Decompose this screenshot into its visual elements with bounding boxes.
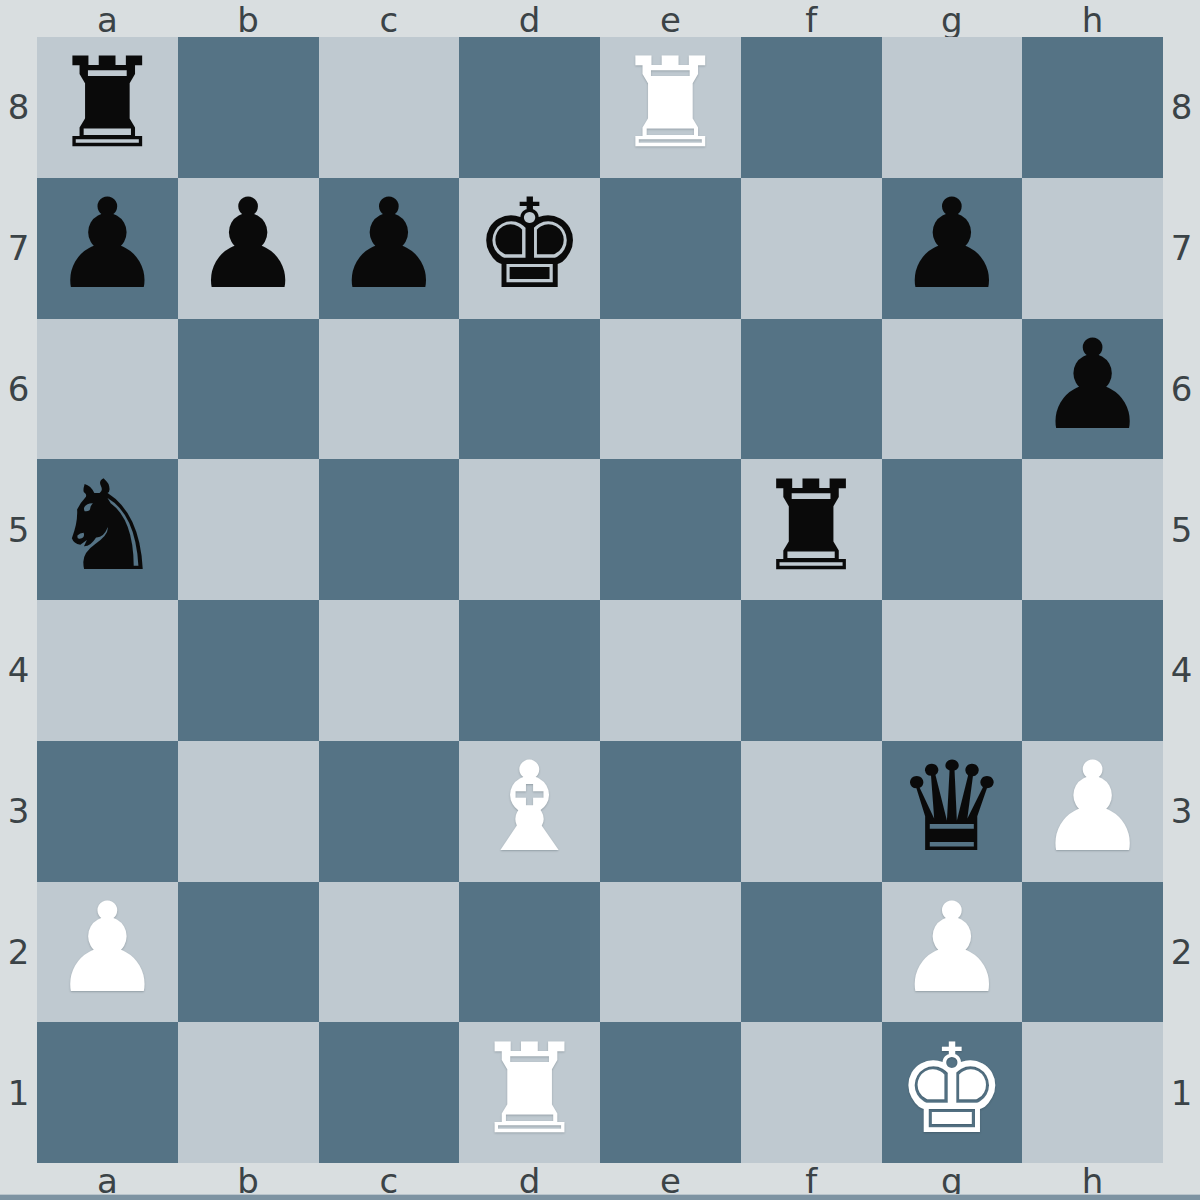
square-c2[interactable]	[319, 882, 460, 1023]
rank-label-2: 2	[1163, 882, 1200, 1023]
black-king: ♚	[474, 182, 585, 306]
rank-label-2: 2	[0, 882, 37, 1023]
rank-label-7: 7	[1163, 178, 1200, 319]
square-b5[interactable]	[178, 459, 319, 600]
square-b6[interactable]	[178, 319, 319, 460]
square-f8[interactable]	[741, 37, 882, 178]
square-e7[interactable]	[600, 178, 741, 319]
bottom-strip	[0, 1194, 1200, 1200]
square-b8[interactable]	[178, 37, 319, 178]
square-b3[interactable]	[178, 741, 319, 882]
square-e3[interactable]	[600, 741, 741, 882]
square-e5[interactable]	[600, 459, 741, 600]
square-f7[interactable]	[741, 178, 882, 319]
black-pawn: ♟	[333, 182, 444, 306]
black-queen: ♛	[896, 745, 1007, 869]
square-a8[interactable]: ♜	[37, 37, 178, 178]
square-a1[interactable]	[37, 1022, 178, 1163]
file-label-d: d	[459, 0, 600, 40]
square-d6[interactable]	[459, 319, 600, 460]
square-g2[interactable]: ♟	[882, 882, 1023, 1023]
white-rook: ♜	[615, 41, 726, 165]
square-h2[interactable]	[1022, 882, 1163, 1023]
white-bishop: ♝	[474, 745, 585, 869]
square-g6[interactable]	[882, 319, 1023, 460]
square-a5[interactable]: ♞	[37, 459, 178, 600]
rank-label-1: 1	[1163, 1022, 1200, 1163]
square-g7[interactable]: ♟	[882, 178, 1023, 319]
square-d1[interactable]: ♜	[459, 1022, 600, 1163]
square-a7[interactable]: ♟	[37, 178, 178, 319]
black-pawn: ♟	[52, 182, 163, 306]
square-a2[interactable]: ♟	[37, 882, 178, 1023]
white-pawn: ♟	[1037, 745, 1148, 869]
square-d3[interactable]: ♝	[459, 741, 600, 882]
square-a4[interactable]	[37, 600, 178, 741]
black-knight: ♞	[52, 464, 163, 588]
square-h8[interactable]	[1022, 37, 1163, 178]
rank-label-4: 4	[1163, 600, 1200, 741]
square-h7[interactable]	[1022, 178, 1163, 319]
square-d4[interactable]	[459, 600, 600, 741]
square-c6[interactable]	[319, 319, 460, 460]
square-c4[interactable]	[319, 600, 460, 741]
rank-label-4: 4	[0, 600, 37, 741]
rank-label-8: 8	[1163, 37, 1200, 178]
square-h6[interactable]: ♟	[1022, 319, 1163, 460]
square-h4[interactable]	[1022, 600, 1163, 741]
white-rook: ♜	[474, 1027, 585, 1151]
square-f6[interactable]	[741, 319, 882, 460]
square-g1[interactable]: ♚	[882, 1022, 1023, 1163]
rank-label-1: 1	[0, 1022, 37, 1163]
square-a6[interactable]	[37, 319, 178, 460]
square-c5[interactable]	[319, 459, 460, 600]
square-b7[interactable]: ♟	[178, 178, 319, 319]
square-c1[interactable]	[319, 1022, 460, 1163]
rank-label-5: 5	[1163, 459, 1200, 600]
square-e6[interactable]	[600, 319, 741, 460]
white-pawn: ♟	[52, 886, 163, 1010]
rank-labels-right: 87654321	[1163, 37, 1200, 1163]
square-b4[interactable]	[178, 600, 319, 741]
board-container: abcdefgh abcdefgh 87654321 87654321 ♜♜♟♟…	[0, 0, 1200, 1200]
file-label-c: c	[319, 0, 460, 40]
square-g4[interactable]	[882, 600, 1023, 741]
file-label-f: f	[741, 0, 882, 40]
rank-label-8: 8	[0, 37, 37, 178]
black-rook: ♜	[756, 464, 867, 588]
rank-label-3: 3	[1163, 741, 1200, 882]
square-g8[interactable]	[882, 37, 1023, 178]
square-f4[interactable]	[741, 600, 882, 741]
square-d5[interactable]	[459, 459, 600, 600]
file-labels-top: abcdefgh	[37, 0, 1163, 37]
file-label-b: b	[178, 0, 319, 40]
square-h1[interactable]	[1022, 1022, 1163, 1163]
square-h3[interactable]: ♟	[1022, 741, 1163, 882]
square-a3[interactable]	[37, 741, 178, 882]
rank-label-7: 7	[0, 178, 37, 319]
square-f3[interactable]	[741, 741, 882, 882]
file-label-h: h	[1022, 0, 1163, 40]
black-rook: ♜	[52, 41, 163, 165]
square-c3[interactable]	[319, 741, 460, 882]
black-pawn: ♟	[193, 182, 304, 306]
rank-label-5: 5	[0, 459, 37, 600]
rank-label-6: 6	[1163, 319, 1200, 460]
square-c7[interactable]: ♟	[319, 178, 460, 319]
chessboard: ♜♜♟♟♟♚♟♟♞♜♝♛♟♟♟♜♚	[37, 37, 1163, 1163]
file-label-e: e	[600, 0, 741, 40]
rank-labels-left: 87654321	[0, 37, 37, 1163]
square-d7[interactable]: ♚	[459, 178, 600, 319]
rank-label-3: 3	[0, 741, 37, 882]
black-pawn: ♟	[896, 182, 1007, 306]
square-d8[interactable]	[459, 37, 600, 178]
file-label-a: a	[37, 0, 178, 40]
square-f2[interactable]	[741, 882, 882, 1023]
white-king: ♚	[896, 1027, 1007, 1151]
file-label-g: g	[882, 0, 1023, 40]
square-d2[interactable]	[459, 882, 600, 1023]
square-e4[interactable]	[600, 600, 741, 741]
square-b2[interactable]	[178, 882, 319, 1023]
square-b1[interactable]	[178, 1022, 319, 1163]
square-g3[interactable]: ♛	[882, 741, 1023, 882]
white-pawn: ♟	[896, 886, 1007, 1010]
square-e2[interactable]	[600, 882, 741, 1023]
square-f5[interactable]: ♜	[741, 459, 882, 600]
rank-label-6: 6	[0, 319, 37, 460]
square-h5[interactable]	[1022, 459, 1163, 600]
file-labels-bottom: abcdefgh	[37, 1161, 1163, 1197]
square-e8[interactable]: ♜	[600, 37, 741, 178]
square-g5[interactable]	[882, 459, 1023, 600]
square-e1[interactable]	[600, 1022, 741, 1163]
square-f1[interactable]	[741, 1022, 882, 1163]
square-c8[interactable]	[319, 37, 460, 178]
black-pawn: ♟	[1037, 323, 1148, 447]
